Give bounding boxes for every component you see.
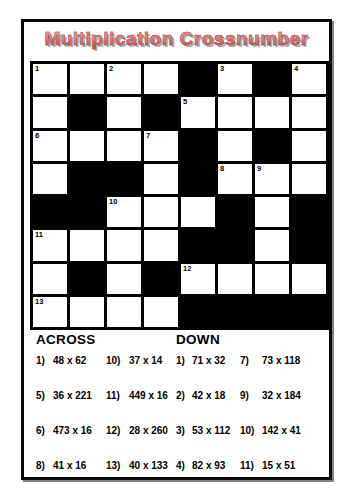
clue-text: 28 x 260 [129, 425, 168, 460]
grid-cell[interactable] [255, 197, 289, 227]
clue-text: 41 x 16 [53, 460, 86, 480]
cell-number: 6 [33, 131, 67, 140]
grid-cell[interactable]: 1 [33, 64, 67, 94]
clue-number: 8) [36, 460, 53, 480]
clue: 2)42 x 18 [176, 390, 240, 425]
down-clues-col-2: 7)73 x 1189)32 x 18410)142 x 4111)15 x 5… [240, 355, 329, 480]
clue-text: 36 x 221 [53, 390, 92, 425]
title-text: Multiplication Crossnumber [24, 27, 329, 51]
clue: 3)53 x 112 [176, 425, 240, 460]
clue: 10)37 x 14 [106, 355, 176, 390]
grid-cell[interactable] [292, 164, 326, 194]
grid-cell[interactable] [292, 131, 326, 161]
grid-cell[interactable] [144, 64, 178, 94]
block-cell [255, 64, 289, 94]
grid-cell[interactable] [255, 264, 289, 294]
grid-cell[interactable] [33, 164, 67, 194]
grid-cell[interactable] [218, 131, 252, 161]
block-cell [181, 297, 215, 327]
block-cell [292, 230, 326, 260]
grid-cell[interactable]: 5 [181, 97, 215, 127]
grid-cell[interactable] [218, 264, 252, 294]
clue-number: 4) [176, 460, 192, 480]
clue: 4)82 x 93 [176, 460, 240, 480]
cell-number: 13 [33, 297, 67, 306]
clue: 12)28 x 260 [106, 425, 176, 460]
cell-number: 2 [107, 64, 141, 73]
grid-cell[interactable] [292, 264, 326, 294]
grid-cell[interactable]: 4 [292, 64, 326, 94]
block-cell [255, 297, 289, 327]
clue-number: 1) [36, 355, 53, 390]
clue-text: 40 x 133 [129, 460, 168, 480]
grid-cell[interactable] [33, 97, 67, 127]
clue-text: 71 x 32 [192, 355, 225, 390]
page-title: Multiplication Crossnumber Multiplicatio… [24, 27, 329, 57]
down-header: DOWN [176, 332, 220, 347]
block-cell [33, 197, 67, 227]
block-cell [292, 297, 326, 327]
clues-section: ACROSS DOWN 1)48 x 625)36 x 2216)473 x 1… [36, 332, 329, 480]
block-cell [70, 97, 104, 127]
grid-cell[interactable] [255, 230, 289, 260]
worksheet-frame: Multiplication Crossnumber Multiplicatio… [21, 19, 332, 480]
block-cell [144, 264, 178, 294]
block-cell [181, 131, 215, 161]
block-cell [107, 164, 141, 194]
block-cell [144, 97, 178, 127]
across-clues-col-1: 1)48 x 625)36 x 2216)473 x 168)41 x 16 [36, 355, 106, 480]
block-cell [218, 230, 252, 260]
block-cell [181, 64, 215, 94]
grid-cell[interactable] [144, 297, 178, 327]
grid-cell[interactable] [255, 97, 289, 127]
clue-number: 2) [176, 390, 192, 425]
grid-cell[interactable] [70, 131, 104, 161]
clue-text: 53 x 112 [192, 425, 230, 460]
grid-cell[interactable] [70, 64, 104, 94]
across-header: ACROSS [36, 332, 176, 347]
block-cell [218, 197, 252, 227]
grid-cell[interactable] [218, 97, 252, 127]
clue-text: 473 x 16 [53, 425, 92, 460]
grid-cell[interactable] [33, 264, 67, 294]
clue: 11)15 x 51 [240, 460, 329, 480]
cell-number: 11 [33, 230, 67, 239]
clue-number: 9) [240, 390, 262, 425]
clue-text: 449 x 16 [129, 390, 168, 425]
clue: 5)36 x 221 [36, 390, 106, 425]
grid-cell[interactable] [70, 297, 104, 327]
grid-cell[interactable]: 3 [218, 64, 252, 94]
grid-cell[interactable] [107, 131, 141, 161]
cell-number: 4 [292, 64, 326, 73]
grid-cell[interactable]: 8 [218, 164, 252, 194]
clue-number: 10) [106, 355, 129, 390]
grid-cell[interactable] [107, 264, 141, 294]
grid-cell[interactable]: 11 [33, 230, 67, 260]
grid-cell[interactable] [144, 230, 178, 260]
clue-text: 48 x 62 [53, 355, 86, 390]
clue-number: 11) [106, 390, 129, 425]
clue: 6)473 x 16 [36, 425, 106, 460]
block-cell [70, 164, 104, 194]
block-cell [255, 131, 289, 161]
clue: 10)142 x 41 [240, 425, 329, 460]
grid-cell[interactable]: 13 [33, 297, 67, 327]
cell-number: 1 [33, 64, 67, 73]
grid-cell[interactable] [144, 197, 178, 227]
clue: 13)40 x 133 [106, 460, 176, 480]
grid-cell[interactable] [292, 97, 326, 127]
clue: 7)73 x 118 [240, 355, 329, 390]
clue-headers: ACROSS DOWN [36, 332, 329, 347]
clue-number: 10) [240, 425, 262, 460]
clue-text: 32 x 184 [262, 390, 301, 425]
grid-cell[interactable]: 9 [255, 164, 289, 194]
clue-columns: 1)48 x 625)36 x 2216)473 x 168)41 x 16 1… [36, 355, 329, 480]
clue-text: 15 x 51 [262, 460, 295, 480]
clue: 1)71 x 32 [176, 355, 240, 390]
grid-cell[interactable]: 10 [107, 197, 141, 227]
grid-cell[interactable] [70, 230, 104, 260]
grid-cell[interactable] [107, 230, 141, 260]
cell-number: 10 [107, 197, 141, 206]
block-cell [218, 297, 252, 327]
clue: 11)449 x 16 [106, 390, 176, 425]
block-cell [292, 197, 326, 227]
grid-cell[interactable] [144, 164, 178, 194]
clue-number: 6) [36, 425, 53, 460]
down-clues-col-1: 1)71 x 322)42 x 183)53 x 1124)82 x 93 [176, 355, 240, 480]
clue-text: 82 x 93 [192, 460, 225, 480]
clue-number: 1) [176, 355, 192, 390]
clue-number: 3) [176, 425, 192, 460]
clue: 8)41 x 16 [36, 460, 106, 480]
clue: 9)32 x 184 [240, 390, 329, 425]
cell-number: 12 [181, 264, 215, 273]
cell-number: 9 [255, 164, 289, 173]
cell-number: 3 [218, 64, 252, 73]
cell-number: 8 [218, 164, 252, 173]
clue-number: 5) [36, 390, 53, 425]
clue-text: 42 x 18 [192, 390, 225, 425]
clue-number: 7) [240, 355, 262, 390]
cell-number: 5 [181, 97, 215, 106]
block-cell [70, 264, 104, 294]
clue-text: 142 x 41 [262, 425, 301, 460]
grid-cell[interactable]: 6 [33, 131, 67, 161]
clue-text: 37 x 14 [129, 355, 162, 390]
clue-number: 13) [106, 460, 129, 480]
cell-number: 7 [144, 131, 178, 140]
grid-cell[interactable] [107, 97, 141, 127]
block-cell [70, 197, 104, 227]
clue-number: 11) [240, 460, 262, 480]
grid-cell[interactable] [107, 297, 141, 327]
across-clues-col-2: 10)37 x 1411)449 x 1612)28 x 26013)40 x … [106, 355, 176, 480]
clue: 1)48 x 62 [36, 355, 106, 390]
block-cell [181, 164, 215, 194]
grid-cell[interactable] [181, 197, 215, 227]
grid-cell[interactable]: 12 [181, 264, 215, 294]
clue-number: 12) [106, 425, 129, 460]
block-cell [181, 230, 215, 260]
clue-text: 73 x 118 [262, 355, 300, 390]
grid-cell[interactable]: 7 [144, 131, 178, 161]
grid-cell[interactable]: 2 [107, 64, 141, 94]
crossnumber-board: 12345678910111213 [30, 61, 329, 330]
